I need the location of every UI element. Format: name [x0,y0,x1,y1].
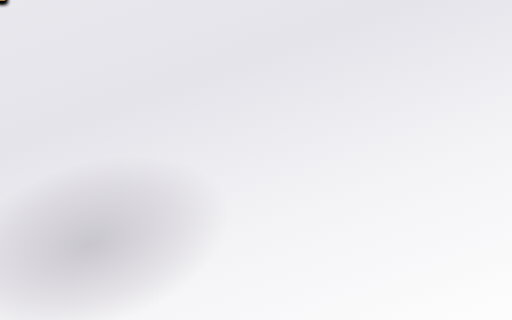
photo-backdrop: ♚♛♜♟♟♟♟♞♟♞♟♟♞♞♟♟♟♝♝♟♜ [0,0,512,320]
white-rook-piece[interactable]: ♜ [0,0,7,2]
chess-board [0,0,512,320]
